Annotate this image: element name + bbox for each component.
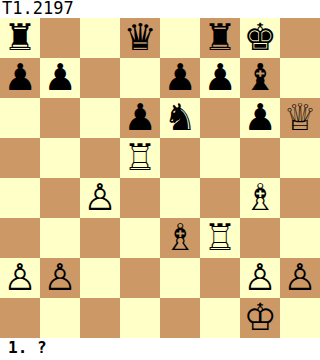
square-d3[interactable] — [120, 218, 160, 258]
square-c1[interactable] — [80, 298, 120, 338]
square-h4[interactable] — [280, 178, 320, 218]
square-b4[interactable] — [40, 178, 80, 218]
piece-white-pawn: ♙ — [43, 258, 76, 298]
square-f4[interactable] — [200, 178, 240, 218]
square-b7[interactable]: ♟ — [40, 58, 80, 98]
piece-black-pawn: ♟ — [203, 58, 236, 98]
square-h6[interactable]: ♕ — [280, 98, 320, 138]
square-f2[interactable] — [200, 258, 240, 298]
piece-white-queen: ♕ — [283, 98, 316, 138]
piece-white-bishop: ♗ — [163, 218, 196, 258]
piece-black-pawn: ♟ — [243, 98, 276, 138]
square-h8[interactable] — [280, 18, 320, 58]
square-b8[interactable] — [40, 18, 80, 58]
piece-white-rook: ♖ — [123, 138, 156, 178]
piece-white-king: ♔ — [243, 298, 276, 338]
square-g1[interactable]: ♔ — [240, 298, 280, 338]
piece-white-pawn: ♙ — [83, 178, 116, 218]
square-d5[interactable]: ♖ — [120, 138, 160, 178]
square-a6[interactable] — [0, 98, 40, 138]
piece-black-pawn: ♟ — [3, 58, 36, 98]
square-h7[interactable] — [280, 58, 320, 98]
piece-white-pawn: ♙ — [283, 258, 316, 298]
square-f8[interactable]: ♜ — [200, 18, 240, 58]
square-a3[interactable] — [0, 218, 40, 258]
piece-black-queen: ♛ — [123, 18, 156, 58]
square-g2[interactable]: ♙ — [240, 258, 280, 298]
square-h1[interactable] — [280, 298, 320, 338]
square-a1[interactable] — [0, 298, 40, 338]
square-f3[interactable]: ♖ — [200, 218, 240, 258]
chess-board: ♜♛♜♚♟♟♟♟♝♟♞♟♕♖♙♗♗♖♙♙♙♙♔ — [0, 18, 320, 338]
square-d8[interactable]: ♛ — [120, 18, 160, 58]
square-e2[interactable] — [160, 258, 200, 298]
square-f1[interactable] — [200, 298, 240, 338]
square-g7[interactable]: ♝ — [240, 58, 280, 98]
square-b5[interactable] — [40, 138, 80, 178]
chess-puzzle-page: T1.2197 ♜♛♜♚♟♟♟♟♝♟♞♟♕♖♙♗♗♖♙♙♙♙♔ 1. ? — [0, 0, 320, 360]
piece-black-knight: ♞ — [163, 98, 196, 138]
piece-black-pawn: ♟ — [123, 98, 156, 138]
square-b1[interactable] — [40, 298, 80, 338]
square-a5[interactable] — [0, 138, 40, 178]
square-e1[interactable] — [160, 298, 200, 338]
square-b3[interactable] — [40, 218, 80, 258]
square-c4[interactable]: ♙ — [80, 178, 120, 218]
square-e7[interactable]: ♟ — [160, 58, 200, 98]
square-d4[interactable] — [120, 178, 160, 218]
square-d7[interactable] — [120, 58, 160, 98]
square-c2[interactable] — [80, 258, 120, 298]
square-c3[interactable] — [80, 218, 120, 258]
square-e3[interactable]: ♗ — [160, 218, 200, 258]
square-h3[interactable] — [280, 218, 320, 258]
move-prompt: 1. ? — [0, 338, 320, 360]
square-b2[interactable]: ♙ — [40, 258, 80, 298]
square-g3[interactable] — [240, 218, 280, 258]
square-d6[interactable]: ♟ — [120, 98, 160, 138]
piece-white-pawn: ♙ — [3, 258, 36, 298]
piece-black-rook: ♜ — [3, 18, 36, 58]
piece-black-bishop: ♝ — [243, 58, 276, 98]
square-d2[interactable] — [120, 258, 160, 298]
square-h2[interactable]: ♙ — [280, 258, 320, 298]
square-c8[interactable] — [80, 18, 120, 58]
square-g4[interactable]: ♗ — [240, 178, 280, 218]
square-e4[interactable] — [160, 178, 200, 218]
square-f6[interactable] — [200, 98, 240, 138]
square-e8[interactable] — [160, 18, 200, 58]
square-h5[interactable] — [280, 138, 320, 178]
piece-white-bishop: ♗ — [243, 178, 276, 218]
piece-black-pawn: ♟ — [163, 58, 196, 98]
square-e6[interactable]: ♞ — [160, 98, 200, 138]
square-c7[interactable] — [80, 58, 120, 98]
square-c6[interactable] — [80, 98, 120, 138]
square-c5[interactable] — [80, 138, 120, 178]
piece-black-rook: ♜ — [203, 18, 236, 58]
square-b6[interactable] — [40, 98, 80, 138]
square-a4[interactable] — [0, 178, 40, 218]
square-a8[interactable]: ♜ — [0, 18, 40, 58]
square-e5[interactable] — [160, 138, 200, 178]
square-g5[interactable] — [240, 138, 280, 178]
square-f7[interactable]: ♟ — [200, 58, 240, 98]
square-g8[interactable]: ♚ — [240, 18, 280, 58]
square-a2[interactable]: ♙ — [0, 258, 40, 298]
square-f5[interactable] — [200, 138, 240, 178]
piece-black-king: ♚ — [243, 18, 276, 58]
piece-white-pawn: ♙ — [243, 258, 276, 298]
piece-white-rook: ♖ — [203, 218, 236, 258]
piece-black-pawn: ♟ — [43, 58, 76, 98]
square-g6[interactable]: ♟ — [240, 98, 280, 138]
square-d1[interactable] — [120, 298, 160, 338]
square-a7[interactable]: ♟ — [0, 58, 40, 98]
